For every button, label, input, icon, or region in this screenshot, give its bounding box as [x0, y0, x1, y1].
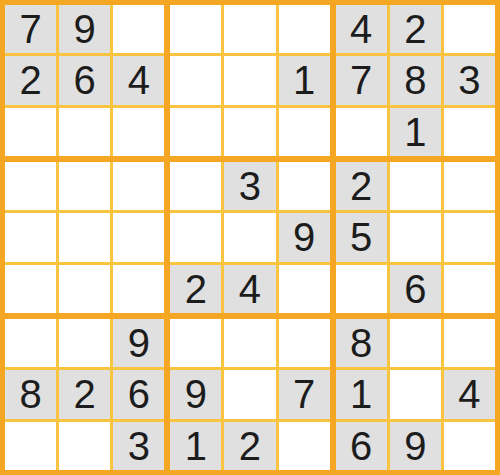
cell-r5c5[interactable]	[224, 213, 275, 261]
box-9: 81469	[336, 319, 495, 470]
cell-r4c3[interactable]	[113, 162, 164, 210]
cell-r1c7[interactable]: 4	[336, 5, 387, 53]
cell-r1c3[interactable]	[113, 5, 164, 53]
cell-r6c6[interactable]	[279, 265, 330, 313]
cell-r2c5[interactable]	[224, 56, 275, 104]
cell-r4c9[interactable]	[444, 162, 495, 210]
cell-r6c5[interactable]: 4	[224, 265, 275, 313]
cell-r5c1[interactable]	[5, 213, 56, 261]
cell-r2c6[interactable]: 1	[279, 56, 330, 104]
cell-r5c7[interactable]: 5	[336, 213, 387, 261]
cell-r4c4[interactable]	[170, 162, 221, 210]
cell-r9c4[interactable]: 1	[170, 422, 221, 470]
cell-r1c1[interactable]: 7	[5, 5, 56, 53]
cell-r8c7[interactable]: 1	[336, 370, 387, 418]
cell-r3c3[interactable]	[113, 108, 164, 156]
cell-r8c8[interactable]	[390, 370, 441, 418]
cell-r6c1[interactable]	[5, 265, 56, 313]
box-2: 1	[170, 5, 329, 156]
box-4	[5, 162, 164, 313]
box-8: 9712	[170, 319, 329, 470]
sudoku-board: 792641427831392425698263971281469	[0, 0, 500, 475]
cell-r2c9[interactable]: 3	[444, 56, 495, 104]
cell-r7c5[interactable]	[224, 319, 275, 367]
cell-r2c7[interactable]: 7	[336, 56, 387, 104]
cell-r2c4[interactable]	[170, 56, 221, 104]
cell-r9c5[interactable]: 2	[224, 422, 275, 470]
box-1: 79264	[5, 5, 164, 156]
cell-r5c6[interactable]: 9	[279, 213, 330, 261]
cell-r1c8[interactable]: 2	[390, 5, 441, 53]
cell-r3c7[interactable]	[336, 108, 387, 156]
cell-r9c6[interactable]	[279, 422, 330, 470]
cell-r3c5[interactable]	[224, 108, 275, 156]
cell-r9c9[interactable]	[444, 422, 495, 470]
cell-r8c2[interactable]: 2	[59, 370, 110, 418]
box-7: 98263	[5, 319, 164, 470]
cell-r4c1[interactable]	[5, 162, 56, 210]
cell-r3c9[interactable]	[444, 108, 495, 156]
box-3: 427831	[336, 5, 495, 156]
cell-r7c6[interactable]	[279, 319, 330, 367]
cell-r4c7[interactable]: 2	[336, 162, 387, 210]
cell-r2c8[interactable]: 8	[390, 56, 441, 104]
cell-r1c5[interactable]	[224, 5, 275, 53]
cell-r5c3[interactable]	[113, 213, 164, 261]
cell-r6c2[interactable]	[59, 265, 110, 313]
cell-r8c6[interactable]: 7	[279, 370, 330, 418]
cell-r7c2[interactable]	[59, 319, 110, 367]
cell-r4c6[interactable]	[279, 162, 330, 210]
cell-r1c2[interactable]: 9	[59, 5, 110, 53]
cell-r3c2[interactable]	[59, 108, 110, 156]
cell-r9c7[interactable]: 6	[336, 422, 387, 470]
cell-r7c4[interactable]	[170, 319, 221, 367]
cell-r5c4[interactable]	[170, 213, 221, 261]
cell-r7c3[interactable]: 9	[113, 319, 164, 367]
cell-r7c8[interactable]	[390, 319, 441, 367]
cell-r3c4[interactable]	[170, 108, 221, 156]
cell-r6c8[interactable]: 6	[390, 265, 441, 313]
cell-r3c1[interactable]	[5, 108, 56, 156]
cell-r3c8[interactable]: 1	[390, 108, 441, 156]
cell-r9c1[interactable]	[5, 422, 56, 470]
cell-r1c6[interactable]	[279, 5, 330, 53]
cell-r4c5[interactable]: 3	[224, 162, 275, 210]
cell-r7c7[interactable]: 8	[336, 319, 387, 367]
cell-r7c9[interactable]	[444, 319, 495, 367]
cell-r2c3[interactable]: 4	[113, 56, 164, 104]
cell-r8c5[interactable]	[224, 370, 275, 418]
cell-r8c4[interactable]: 9	[170, 370, 221, 418]
box-6: 256	[336, 162, 495, 313]
cell-r6c9[interactable]	[444, 265, 495, 313]
cell-r6c4[interactable]: 2	[170, 265, 221, 313]
cell-r5c9[interactable]	[444, 213, 495, 261]
cell-r5c8[interactable]	[390, 213, 441, 261]
cell-r2c2[interactable]: 6	[59, 56, 110, 104]
cell-r3c6[interactable]	[279, 108, 330, 156]
cell-r8c3[interactable]: 6	[113, 370, 164, 418]
cell-r1c4[interactable]	[170, 5, 221, 53]
box-5: 3924	[170, 162, 329, 313]
cell-r4c8[interactable]	[390, 162, 441, 210]
cell-r1c9[interactable]	[444, 5, 495, 53]
cell-r5c2[interactable]	[59, 213, 110, 261]
cell-r9c2[interactable]	[59, 422, 110, 470]
cell-r9c8[interactable]: 9	[390, 422, 441, 470]
cell-r8c9[interactable]: 4	[444, 370, 495, 418]
cell-r6c7[interactable]	[336, 265, 387, 313]
cell-r9c3[interactable]: 3	[113, 422, 164, 470]
cell-r4c2[interactable]	[59, 162, 110, 210]
cell-r7c1[interactable]	[5, 319, 56, 367]
cell-r8c1[interactable]: 8	[5, 370, 56, 418]
cell-r2c1[interactable]: 2	[5, 56, 56, 104]
cell-r6c3[interactable]	[113, 265, 164, 313]
